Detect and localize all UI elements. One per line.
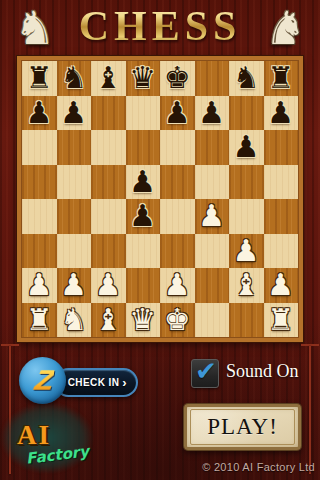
piece-black-knight: ♞: [60, 61, 87, 95]
piece-white-rook: ♜: [26, 303, 53, 337]
square-d2[interactable]: [126, 268, 161, 303]
piece-white-pawn: ♟: [60, 268, 87, 302]
square-g6[interactable]: ♟: [229, 130, 264, 165]
piece-black-pawn: ♟: [267, 96, 294, 130]
square-d1[interactable]: ♛: [126, 303, 161, 338]
square-a6[interactable]: [22, 130, 57, 165]
piece-black-pawn: ♟: [129, 199, 156, 233]
square-a5[interactable]: [22, 165, 57, 200]
square-e4[interactable]: [160, 199, 195, 234]
square-g5[interactable]: [229, 165, 264, 200]
square-e1[interactable]: ♚: [160, 303, 195, 338]
piece-black-pawn: ♟: [233, 130, 260, 164]
square-f3[interactable]: [195, 234, 230, 269]
square-c6[interactable]: [91, 130, 126, 165]
piece-black-rook: ♜: [26, 61, 53, 95]
chevron-right-icon: ›: [122, 378, 127, 388]
square-d7[interactable]: [126, 96, 161, 131]
piece-black-pawn: ♟: [129, 165, 156, 199]
square-f1[interactable]: [195, 303, 230, 338]
piece-black-king: ♚: [164, 61, 191, 95]
square-e3[interactable]: [160, 234, 195, 269]
piece-black-rook: ♜: [267, 61, 294, 95]
square-c7[interactable]: [91, 96, 126, 131]
piece-black-pawn: ♟: [26, 96, 53, 130]
play-button-inner-frame: PLAY!: [190, 409, 295, 445]
white-knight-icon-right: ♞: [265, 3, 306, 53]
square-a7[interactable]: ♟: [22, 96, 57, 131]
play-button-label: PLAY!: [207, 414, 278, 440]
app-screen: ♞ CHESS ♞ ♜♞♝♛♚♞♜♟♟♟♟♟♟♟♟♟♟♟♟♟♟♝♟♜♞♝♛♚♜ …: [0, 0, 320, 480]
square-g2[interactable]: ♝: [229, 268, 264, 303]
square-f4[interactable]: ♟: [195, 199, 230, 234]
piece-white-pawn: ♟: [26, 268, 53, 302]
square-d6[interactable]: [126, 130, 161, 165]
square-c3[interactable]: [91, 234, 126, 269]
square-h2[interactable]: ♟: [264, 268, 299, 303]
square-a3[interactable]: [22, 234, 57, 269]
piece-black-pawn: ♟: [198, 96, 225, 130]
square-c8[interactable]: ♝: [91, 61, 126, 96]
square-b7[interactable]: ♟: [57, 96, 92, 131]
piece-white-king: ♚: [164, 303, 191, 337]
sound-label: Sound On: [226, 361, 299, 382]
square-a2[interactable]: ♟: [22, 268, 57, 303]
square-g4[interactable]: [229, 199, 264, 234]
square-c5[interactable]: [91, 165, 126, 200]
square-h3[interactable]: [264, 234, 299, 269]
check-in-label: CHECK IN: [68, 377, 120, 388]
right-curtain-ornament: [301, 342, 319, 477]
piece-black-pawn: ♟: [164, 96, 191, 130]
square-b8[interactable]: ♞: [57, 61, 92, 96]
square-b6[interactable]: [57, 130, 92, 165]
square-d5[interactable]: ♟: [126, 165, 161, 200]
square-g8[interactable]: ♞: [229, 61, 264, 96]
square-h4[interactable]: [264, 199, 299, 234]
square-h8[interactable]: ♜: [264, 61, 299, 96]
square-b3[interactable]: [57, 234, 92, 269]
square-e2[interactable]: ♟: [160, 268, 195, 303]
square-f5[interactable]: [195, 165, 230, 200]
piece-white-pawn: ♟: [267, 268, 294, 302]
piece-white-bishop: ♝: [95, 303, 122, 337]
square-g7[interactable]: [229, 96, 264, 131]
square-e6[interactable]: [160, 130, 195, 165]
square-a1[interactable]: ♜: [22, 303, 57, 338]
square-f6[interactable]: [195, 130, 230, 165]
piece-white-pawn: ♟: [198, 199, 225, 233]
piece-white-bishop: ♝: [233, 268, 260, 302]
checkmark-icon: ✔: [195, 356, 217, 386]
square-b5[interactable]: [57, 165, 92, 200]
square-b4[interactable]: [57, 199, 92, 234]
square-d8[interactable]: ♛: [126, 61, 161, 96]
square-d3[interactable]: [126, 234, 161, 269]
square-h5[interactable]: [264, 165, 299, 200]
square-f7[interactable]: ♟: [195, 96, 230, 131]
piece-white-pawn: ♟: [164, 268, 191, 302]
piece-black-pawn: ♟: [60, 96, 87, 130]
piece-white-pawn: ♟: [95, 268, 122, 302]
sound-checkbox[interactable]: ✔: [191, 359, 219, 388]
square-c1[interactable]: ♝: [91, 303, 126, 338]
piece-white-pawn: ♟: [233, 234, 260, 268]
square-g3[interactable]: ♟: [229, 234, 264, 269]
square-f8[interactable]: [195, 61, 230, 96]
square-e5[interactable]: [160, 165, 195, 200]
board-frame: ♜♞♝♛♚♞♜♟♟♟♟♟♟♟♟♟♟♟♟♟♟♝♟♜♞♝♛♚♜: [17, 56, 303, 342]
square-f2[interactable]: [195, 268, 230, 303]
square-a8[interactable]: ♜: [22, 61, 57, 96]
square-h1[interactable]: ♜: [264, 303, 299, 338]
piece-white-queen: ♛: [129, 303, 156, 337]
square-h7[interactable]: ♟: [264, 96, 299, 131]
square-c2[interactable]: ♟: [91, 268, 126, 303]
square-b2[interactable]: ♟: [57, 268, 92, 303]
chess-board: ♜♞♝♛♚♞♜♟♟♟♟♟♟♟♟♟♟♟♟♟♟♝♟♜♞♝♛♚♜: [22, 61, 298, 337]
piece-black-knight: ♞: [233, 61, 260, 95]
square-g1[interactable]: [229, 303, 264, 338]
square-b1[interactable]: ♞: [57, 303, 92, 338]
square-h6[interactable]: [264, 130, 299, 165]
piece-black-queen: ♛: [129, 61, 156, 95]
piece-white-knight: ♞: [60, 303, 87, 337]
square-c4[interactable]: [91, 199, 126, 234]
square-d4[interactable]: ♟: [126, 199, 161, 234]
piece-black-bishop: ♝: [95, 61, 122, 95]
piece-white-rook: ♜: [267, 303, 294, 337]
copyright-text: © 2010 AI Factory Ltd: [202, 461, 315, 473]
square-e8[interactable]: ♚: [160, 61, 195, 96]
square-a4[interactable]: [22, 199, 57, 234]
square-e7[interactable]: ♟: [160, 96, 195, 131]
play-button[interactable]: PLAY!: [184, 404, 301, 450]
